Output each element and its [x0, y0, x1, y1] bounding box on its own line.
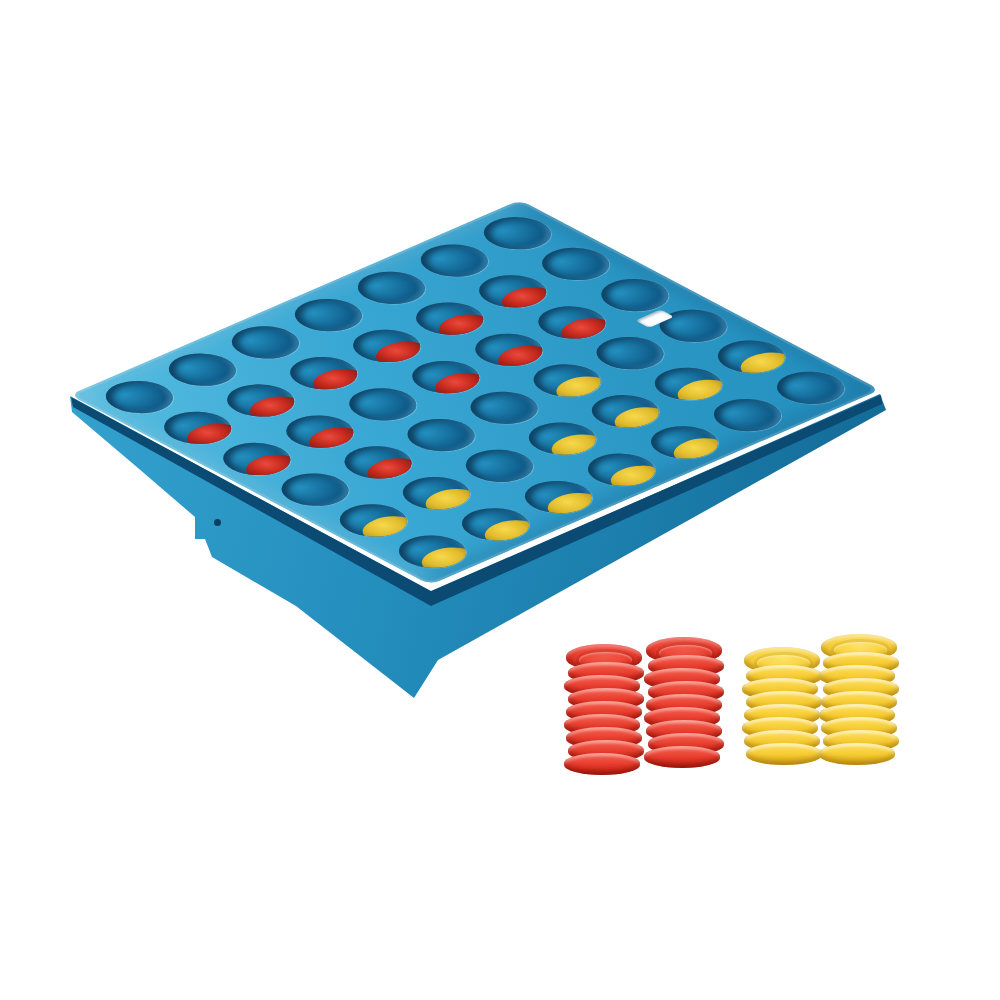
- yellow-disc: [819, 743, 895, 765]
- yellow-disc-through-hole: [473, 515, 542, 547]
- yellow-disc-through-hole: [536, 487, 605, 519]
- yellow-disc-stack-4: [821, 634, 899, 765]
- red-disc: [644, 746, 720, 768]
- red-disc: [564, 753, 640, 775]
- yellow-disc-through-hole: [599, 460, 668, 492]
- yellow-disc-through-hole: [662, 433, 731, 465]
- connect-four-board: [70, 200, 880, 585]
- product-photo-background: [0, 0, 1000, 1000]
- base-side-pin-hole: [214, 519, 221, 526]
- yellow-disc-through-hole: [410, 542, 479, 574]
- yellow-disc: [746, 743, 822, 765]
- yellow-disc-stack-3: [744, 647, 822, 765]
- red-disc-stack-2: [646, 637, 724, 768]
- red-disc-stack-1: [566, 644, 644, 775]
